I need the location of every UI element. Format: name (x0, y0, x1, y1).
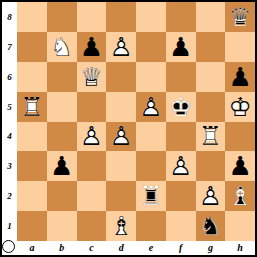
rank-labels: 87654321 (2, 2, 17, 241)
square-a1[interactable] (17, 211, 47, 241)
black-knight[interactable]: ♞♘ (196, 211, 226, 241)
white-rook[interactable]: ♜♖ (196, 122, 226, 152)
square-b5[interactable] (47, 92, 77, 122)
square-e8[interactable] (136, 2, 166, 32)
square-e2[interactable]: ♜♖ (136, 181, 166, 211)
square-g8[interactable] (196, 2, 226, 32)
square-f2[interactable] (166, 181, 196, 211)
piece-glyph: ♟ (166, 32, 196, 62)
square-c1[interactable] (77, 211, 107, 241)
square-g2[interactable]: ♟♙ (196, 181, 226, 211)
piece-outline-glyph: ♙ (166, 151, 196, 181)
piece-outline-glyph: ♘ (47, 32, 77, 62)
square-e3[interactable] (136, 151, 166, 181)
black-pawn[interactable]: ♟ (77, 32, 107, 62)
square-e7[interactable] (136, 32, 166, 62)
square-c4[interactable]: ♟♙ (77, 122, 107, 152)
square-g7[interactable] (196, 32, 226, 62)
white-to-move-indicator (2, 240, 15, 253)
square-d7[interactable]: ♟♙ (106, 32, 136, 62)
square-h1[interactable] (225, 211, 255, 241)
square-g4[interactable]: ♜♖ (196, 122, 226, 152)
white-pawn[interactable]: ♟♙ (196, 181, 226, 211)
square-h7[interactable] (225, 32, 255, 62)
piece-glyph: ♟ (225, 62, 255, 92)
square-a4[interactable] (17, 122, 47, 152)
rank-label-2: 2 (2, 181, 17, 211)
square-d6[interactable] (106, 62, 136, 92)
square-c3[interactable] (77, 151, 107, 181)
rank-label-3: 3 (2, 151, 17, 181)
square-f7[interactable]: ♟ (166, 32, 196, 62)
square-a8[interactable] (17, 2, 47, 32)
file-label-f: f (166, 241, 196, 255)
square-f3[interactable]: ♟♙ (166, 151, 196, 181)
square-e1[interactable] (136, 211, 166, 241)
square-g6[interactable] (196, 62, 226, 92)
square-a5[interactable]: ♜♖ (17, 92, 47, 122)
piece-outline-glyph: ♙ (106, 122, 136, 152)
square-b3[interactable]: ♟ (47, 151, 77, 181)
square-g1[interactable]: ♞♘ (196, 211, 226, 241)
white-knight[interactable]: ♞♘ (47, 32, 77, 62)
square-g3[interactable] (196, 151, 226, 181)
rank-label-1: 1 (2, 211, 17, 241)
black-pawn[interactable]: ♟ (47, 151, 77, 181)
piece-outline-glyph: ♔ (166, 92, 196, 122)
black-pawn[interactable]: ♟ (225, 151, 255, 181)
rank-label-4: 4 (2, 122, 17, 152)
file-label-d: d (106, 241, 136, 255)
square-d1[interactable]: ♝♗ (106, 211, 136, 241)
square-f1[interactable] (166, 211, 196, 241)
square-e4[interactable] (136, 122, 166, 152)
white-queen[interactable]: ♛♕ (77, 62, 107, 92)
square-b7[interactable]: ♞♘ (47, 32, 77, 62)
square-c6[interactable]: ♛♕ (77, 62, 107, 92)
board-corner (2, 241, 17, 255)
white-pawn[interactable]: ♟♙ (106, 122, 136, 152)
square-e6[interactable] (136, 62, 166, 92)
piece-outline-glyph: ♙ (136, 92, 166, 122)
square-b2[interactable] (47, 181, 77, 211)
square-h3[interactable]: ♟ (225, 151, 255, 181)
square-c7[interactable]: ♟ (77, 32, 107, 62)
square-g5[interactable] (196, 92, 226, 122)
white-pawn[interactable]: ♟♙ (136, 92, 166, 122)
piece-glyph: ♟ (77, 32, 107, 62)
white-rook[interactable]: ♜♖ (17, 92, 47, 122)
file-label-b: b (47, 241, 77, 255)
square-h2[interactable]: ♝♗ (225, 181, 255, 211)
square-a6[interactable] (17, 62, 47, 92)
piece-outline-glyph: ♘ (196, 211, 226, 241)
file-label-h: h (225, 241, 255, 255)
piece-glyph: ♟ (225, 151, 255, 181)
file-labels: abcdefgh (17, 241, 255, 255)
black-bishop[interactable]: ♝♗ (225, 181, 255, 211)
file-label-c: c (77, 241, 107, 255)
piece-outline-glyph: ♙ (196, 181, 226, 211)
square-e5[interactable]: ♟♙ (136, 92, 166, 122)
rank-label-7: 7 (2, 32, 17, 62)
rank-label-5: 5 (2, 92, 17, 122)
white-pawn[interactable]: ♟♙ (106, 32, 136, 62)
black-pawn[interactable]: ♟ (166, 32, 196, 62)
chess-diagram: 87654321 ♛♕♞♘♟♟♙♟♛♕♟♜♖♟♙♚♔♚♔♟♙♟♙♜♖♟♟♙♟♜♖… (0, 0, 257, 257)
square-d2[interactable] (106, 181, 136, 211)
square-f4[interactable] (166, 122, 196, 152)
square-c5[interactable] (77, 92, 107, 122)
piece-outline-glyph: ♗ (106, 211, 136, 241)
square-d5[interactable] (106, 92, 136, 122)
black-pawn[interactable]: ♟ (225, 62, 255, 92)
white-pawn[interactable]: ♟♙ (166, 151, 196, 181)
square-f5[interactable]: ♚♔ (166, 92, 196, 122)
square-f8[interactable] (166, 2, 196, 32)
rank-label-6: 6 (2, 62, 17, 92)
file-label-g: g (196, 241, 226, 255)
square-b8[interactable] (47, 2, 77, 32)
piece-outline-glyph: ♙ (77, 122, 107, 152)
piece-outline-glyph: ♕ (225, 2, 255, 32)
white-king[interactable]: ♚♔ (225, 92, 255, 122)
rank-label-8: 8 (2, 2, 17, 32)
piece-outline-glyph: ♗ (225, 181, 255, 211)
square-d3[interactable] (106, 151, 136, 181)
square-h6[interactable]: ♟ (225, 62, 255, 92)
piece-outline-glyph: ♖ (17, 92, 47, 122)
piece-outline-glyph: ♔ (225, 92, 255, 122)
white-bishop[interactable]: ♝♗ (106, 211, 136, 241)
square-a2[interactable] (17, 181, 47, 211)
piece-outline-glyph: ♙ (106, 32, 136, 62)
square-b1[interactable] (47, 211, 77, 241)
square-d8[interactable] (106, 2, 136, 32)
piece-outline-glyph: ♖ (196, 122, 226, 152)
piece-outline-glyph: ♖ (136, 181, 166, 211)
black-rook[interactable]: ♜♖ (136, 181, 166, 211)
square-f6[interactable] (166, 62, 196, 92)
white-pawn[interactable]: ♟♙ (77, 122, 107, 152)
file-label-e: e (136, 241, 166, 255)
black-queen[interactable]: ♛♕ (225, 2, 255, 32)
square-a3[interactable] (17, 151, 47, 181)
square-h4[interactable] (225, 122, 255, 152)
square-a7[interactable] (17, 32, 47, 62)
square-b6[interactable] (47, 62, 77, 92)
square-h5[interactable]: ♚♔ (225, 92, 255, 122)
square-b4[interactable] (47, 122, 77, 152)
square-c8[interactable] (77, 2, 107, 32)
square-c2[interactable] (77, 181, 107, 211)
piece-glyph: ♟ (47, 151, 77, 181)
square-d4[interactable]: ♟♙ (106, 122, 136, 152)
piece-outline-glyph: ♕ (77, 62, 107, 92)
chess-board: ♛♕♞♘♟♟♙♟♛♕♟♜♖♟♙♚♔♚♔♟♙♟♙♜♖♟♟♙♟♜♖♟♙♝♗♝♗♞♘ (17, 2, 255, 241)
file-label-a: a (17, 241, 47, 255)
square-h8[interactable]: ♛♕ (225, 2, 255, 32)
black-king[interactable]: ♚♔ (166, 92, 196, 122)
